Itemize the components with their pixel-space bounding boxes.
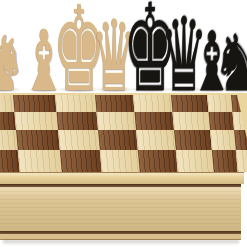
light-square-r0c6 bbox=[207, 95, 232, 112]
dark-square-r1c2 bbox=[56, 112, 98, 130]
light-square-r2c2 bbox=[58, 130, 100, 150]
light-square-r3c5 bbox=[176, 150, 214, 172]
dark-square-r1c0 bbox=[0, 112, 16, 130]
black-knight-piece: ♞ bbox=[213, 24, 247, 102]
box-side-wood bbox=[0, 187, 241, 231]
dark-square-r2c7 bbox=[234, 130, 247, 150]
dark-square-r3c4 bbox=[138, 150, 178, 172]
dark-square-r0c1 bbox=[13, 95, 56, 112]
dark-square-r1c4 bbox=[134, 112, 174, 130]
light-square-r0c4 bbox=[133, 95, 172, 112]
light-square-r3c3 bbox=[100, 150, 140, 172]
light-square-r3c1 bbox=[18, 150, 62, 172]
dark-square-r1c6 bbox=[208, 112, 234, 130]
light-square-r2c0 bbox=[0, 130, 18, 150]
chess-set-photo: ♞♝♚♛♚♛♝♞ bbox=[0, 0, 247, 247]
dark-square-r2c1 bbox=[16, 130, 60, 150]
dark-square-r2c3 bbox=[98, 130, 138, 150]
chess-board-top-face bbox=[0, 93, 247, 172]
dark-square-r0c5 bbox=[171, 95, 208, 112]
light-square-r1c3 bbox=[96, 112, 136, 130]
box-side-panel bbox=[0, 184, 241, 240]
light-square-r1c5 bbox=[172, 112, 210, 130]
light-square-r0c2 bbox=[55, 95, 96, 112]
light-square-r2c6 bbox=[210, 130, 236, 150]
light-square-r2c4 bbox=[136, 130, 176, 150]
dark-square-r0c3 bbox=[95, 95, 134, 112]
board-frame-front-edge bbox=[0, 172, 244, 184]
box-shadow bbox=[3, 240, 239, 245]
dark-square-r3c6 bbox=[212, 150, 238, 172]
dark-square-r2c5 bbox=[174, 130, 212, 150]
light-square-r3c7 bbox=[236, 150, 247, 172]
dark-square-r3c2 bbox=[60, 150, 102, 172]
dark-square-r3c0 bbox=[0, 150, 20, 172]
checkerboard-grid bbox=[0, 95, 247, 172]
light-square-r1c1 bbox=[14, 112, 58, 130]
